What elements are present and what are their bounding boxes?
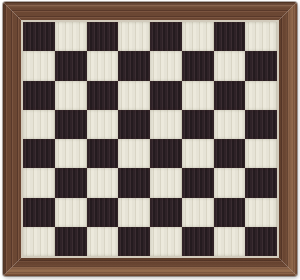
square-r4c8[interactable] xyxy=(245,110,277,139)
square-r4c2[interactable] xyxy=(55,110,87,139)
square-r1c3[interactable] xyxy=(87,22,119,51)
square-r7c6[interactable] xyxy=(182,198,214,227)
square-r6c8[interactable] xyxy=(245,168,277,197)
square-r3c4[interactable] xyxy=(118,81,150,110)
square-r6c3[interactable] xyxy=(87,168,119,197)
square-r5c7[interactable] xyxy=(214,139,246,168)
square-r7c4[interactable] xyxy=(118,198,150,227)
photo-background xyxy=(0,0,300,280)
chess-board xyxy=(3,2,297,276)
square-r1c7[interactable] xyxy=(214,22,246,51)
square-r8c3[interactable] xyxy=(87,227,119,256)
board-grid xyxy=(23,22,277,256)
board-frame-top xyxy=(3,2,297,20)
square-r3c5[interactable] xyxy=(150,81,182,110)
square-r5c8[interactable] xyxy=(245,139,277,168)
square-r2c5[interactable] xyxy=(150,51,182,80)
square-r8c4[interactable] xyxy=(118,227,150,256)
square-r2c1[interactable] xyxy=(23,51,55,80)
square-r5c6[interactable] xyxy=(182,139,214,168)
square-r1c5[interactable] xyxy=(150,22,182,51)
square-r3c7[interactable] xyxy=(214,81,246,110)
board-frame-bottom xyxy=(3,258,297,276)
square-r2c4[interactable] xyxy=(118,51,150,80)
square-r2c8[interactable] xyxy=(245,51,277,80)
square-r8c5[interactable] xyxy=(150,227,182,256)
square-r7c1[interactable] xyxy=(23,198,55,227)
square-r8c8[interactable] xyxy=(245,227,277,256)
square-r7c7[interactable] xyxy=(214,198,246,227)
square-r3c6[interactable] xyxy=(182,81,214,110)
square-r1c4[interactable] xyxy=(118,22,150,51)
square-r4c6[interactable] xyxy=(182,110,214,139)
square-r3c8[interactable] xyxy=(245,81,277,110)
square-r1c1[interactable] xyxy=(23,22,55,51)
square-r1c6[interactable] xyxy=(182,22,214,51)
square-r8c2[interactable] xyxy=(55,227,87,256)
square-r3c2[interactable] xyxy=(55,81,87,110)
square-r4c5[interactable] xyxy=(150,110,182,139)
square-r7c2[interactable] xyxy=(55,198,87,227)
square-r5c3[interactable] xyxy=(87,139,119,168)
square-r1c8[interactable] xyxy=(245,22,277,51)
square-r2c3[interactable] xyxy=(87,51,119,80)
square-r5c2[interactable] xyxy=(55,139,87,168)
square-r4c3[interactable] xyxy=(87,110,119,139)
square-r5c1[interactable] xyxy=(23,139,55,168)
square-r3c1[interactable] xyxy=(23,81,55,110)
square-r3c3[interactable] xyxy=(87,81,119,110)
square-r4c4[interactable] xyxy=(118,110,150,139)
square-r6c2[interactable] xyxy=(55,168,87,197)
square-r2c7[interactable] xyxy=(214,51,246,80)
square-r7c5[interactable] xyxy=(150,198,182,227)
square-r6c1[interactable] xyxy=(23,168,55,197)
square-r8c6[interactable] xyxy=(182,227,214,256)
square-r6c7[interactable] xyxy=(214,168,246,197)
square-r8c7[interactable] xyxy=(214,227,246,256)
square-r5c5[interactable] xyxy=(150,139,182,168)
square-r7c8[interactable] xyxy=(245,198,277,227)
square-r2c6[interactable] xyxy=(182,51,214,80)
square-r4c1[interactable] xyxy=(23,110,55,139)
square-r4c7[interactable] xyxy=(214,110,246,139)
board-frame-right xyxy=(279,2,297,276)
square-r1c2[interactable] xyxy=(55,22,87,51)
square-r6c4[interactable] xyxy=(118,168,150,197)
square-r2c2[interactable] xyxy=(55,51,87,80)
board-frame-left xyxy=(3,2,21,276)
square-r5c4[interactable] xyxy=(118,139,150,168)
square-r6c5[interactable] xyxy=(150,168,182,197)
board-inner-fillet xyxy=(21,20,279,258)
square-r8c1[interactable] xyxy=(23,227,55,256)
square-r7c3[interactable] xyxy=(87,198,119,227)
square-r6c6[interactable] xyxy=(182,168,214,197)
